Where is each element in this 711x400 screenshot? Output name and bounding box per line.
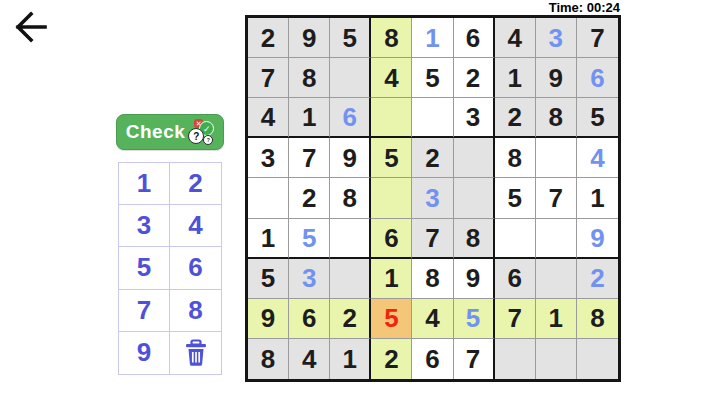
cell-r2c8[interactable]: 9	[536, 58, 577, 98]
cell-r2c1[interactable]: 7	[248, 58, 289, 98]
pad-button-2[interactable]: 2	[170, 163, 221, 205]
cell-r8c7[interactable]: 7	[495, 299, 536, 339]
cell-r2c5[interactable]: 5	[412, 58, 453, 98]
cell-r1c5[interactable]: 1	[412, 18, 453, 58]
cell-r7c7[interactable]: 6	[495, 259, 536, 299]
cell-r7c8[interactable]	[536, 259, 577, 299]
cell-r4c6[interactable]	[454, 138, 495, 178]
cell-r9c4[interactable]: 2	[371, 339, 412, 379]
cell-r2c7[interactable]: 1	[495, 58, 536, 98]
check-button-label: Check	[126, 121, 186, 143]
cell-r9c6[interactable]: 7	[454, 339, 495, 379]
erase-button[interactable]	[170, 332, 221, 374]
cell-r1c6[interactable]: 6	[454, 18, 495, 58]
timer-label: Time: 00:24	[549, 0, 620, 16]
cell-r8c3[interactable]: 2	[330, 299, 371, 339]
cell-r7c4[interactable]: 1	[371, 259, 412, 299]
cell-r4c2[interactable]: 7	[289, 138, 330, 178]
cell-r4c3[interactable]: 9	[330, 138, 371, 178]
cell-r1c8[interactable]: 3	[536, 18, 577, 58]
cell-r9c1[interactable]: 8	[248, 339, 289, 379]
cell-r2c9[interactable]: 6	[577, 58, 618, 98]
cell-r3c3[interactable]: 6	[330, 98, 371, 138]
cell-r6c4[interactable]: 6	[371, 219, 412, 259]
cell-r7c2[interactable]: 3	[289, 259, 330, 299]
cell-r4c7[interactable]: 8	[495, 138, 536, 178]
cell-r5c3[interactable]: 8	[330, 178, 371, 218]
pad-button-1[interactable]: 1	[119, 163, 170, 205]
cell-r5c1[interactable]	[248, 178, 289, 218]
cell-r9c8[interactable]	[536, 339, 577, 379]
cell-r5c8[interactable]: 7	[536, 178, 577, 218]
cell-r6c1[interactable]: 1	[248, 219, 289, 259]
cell-r9c5[interactable]: 6	[412, 339, 453, 379]
back-button[interactable]	[8, 6, 52, 50]
cell-r7c1[interactable]: 5	[248, 259, 289, 299]
cell-r4c8[interactable]	[536, 138, 577, 178]
cell-r9c2[interactable]: 4	[289, 339, 330, 379]
cell-r3c8[interactable]: 8	[536, 98, 577, 138]
cell-r6c8[interactable]	[536, 219, 577, 259]
pad-button-4[interactable]: 4	[170, 205, 221, 247]
cell-r1c9[interactable]: 7	[577, 18, 618, 58]
cell-r6c6[interactable]: 8	[454, 219, 495, 259]
cell-r1c7[interactable]: 4	[495, 18, 536, 58]
cell-r3c9[interactable]: 5	[577, 98, 618, 138]
cell-r4c9[interactable]: 4	[577, 138, 618, 178]
cell-r1c1[interactable]: 2	[248, 18, 289, 58]
cell-r6c5[interactable]: 7	[412, 219, 453, 259]
cell-r6c2[interactable]: 5	[289, 219, 330, 259]
pad-button-3[interactable]: 3	[119, 205, 170, 247]
cell-r2c4[interactable]: 4	[371, 58, 412, 98]
cell-r1c2[interactable]: 9	[289, 18, 330, 58]
cell-r3c7[interactable]: 2	[495, 98, 536, 138]
cell-r3c5[interactable]	[412, 98, 453, 138]
cell-r2c3[interactable]	[330, 58, 371, 98]
cell-r7c5[interactable]: 8	[412, 259, 453, 299]
cell-r3c1[interactable]: 4	[248, 98, 289, 138]
cell-r8c8[interactable]: 1	[536, 299, 577, 339]
pad-button-8[interactable]: 8	[170, 290, 221, 332]
pad-button-7[interactable]: 7	[119, 290, 170, 332]
cell-r3c6[interactable]: 3	[454, 98, 495, 138]
cell-r8c2[interactable]: 6	[289, 299, 330, 339]
cell-r8c1[interactable]: 9	[248, 299, 289, 339]
cell-r8c4[interactable]: 5	[371, 299, 412, 339]
cell-r4c5[interactable]: 2	[412, 138, 453, 178]
cell-r8c5[interactable]: 4	[412, 299, 453, 339]
cell-r5c2[interactable]: 2	[289, 178, 330, 218]
cell-r2c2[interactable]: 8	[289, 58, 330, 98]
pad-button-6[interactable]: 6	[170, 247, 221, 289]
cell-r9c7[interactable]	[495, 339, 536, 379]
arrow-left-icon	[8, 6, 52, 50]
question-mark-icon: ?	[188, 128, 204, 144]
cell-r9c9[interactable]	[577, 339, 618, 379]
cell-r1c3[interactable]: 5	[330, 18, 371, 58]
cell-r5c7[interactable]: 5	[495, 178, 536, 218]
trash-icon	[183, 339, 209, 367]
cell-r3c2[interactable]: 1	[289, 98, 330, 138]
cell-r3c4[interactable]	[371, 98, 412, 138]
cell-r9c3[interactable]: 1	[330, 339, 371, 379]
cell-r7c3[interactable]	[330, 259, 371, 299]
cell-r7c6[interactable]: 9	[454, 259, 495, 299]
cell-r5c9[interactable]: 1	[577, 178, 618, 218]
check-button[interactable]: Check ✕ ✓ ? ?	[116, 114, 224, 150]
cell-r6c3[interactable]	[330, 219, 371, 259]
pad-button-9[interactable]: 9	[119, 332, 170, 374]
cell-r5c6[interactable]	[454, 178, 495, 218]
pad-button-5[interactable]: 5	[119, 247, 170, 289]
cell-r6c9[interactable]: 9	[577, 219, 618, 259]
sudoku-grid: 2958164377845219641632853795284283571156…	[245, 15, 621, 382]
cell-r5c4[interactable]	[371, 178, 412, 218]
cell-r4c4[interactable]: 5	[371, 138, 412, 178]
question-check-icon: ✕ ✓ ? ?	[187, 119, 214, 145]
question-mark-small-icon: ?	[203, 135, 213, 145]
cell-r8c9[interactable]: 8	[577, 299, 618, 339]
cell-r2c6[interactable]: 2	[454, 58, 495, 98]
number-pad: 123456789	[118, 162, 222, 375]
cell-r7c9[interactable]: 2	[577, 259, 618, 299]
cell-r5c5[interactable]: 3	[412, 178, 453, 218]
cell-r8c6[interactable]: 5	[454, 299, 495, 339]
cell-r6c7[interactable]	[495, 219, 536, 259]
cell-r1c4[interactable]: 8	[371, 18, 412, 58]
sudoku-app: Time: 00:24 Check ✕ ✓ ? ? 123456789 2958…	[0, 0, 711, 400]
cell-r4c1[interactable]: 3	[248, 138, 289, 178]
